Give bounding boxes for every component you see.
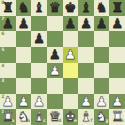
square-f4[interactable] (78, 63, 94, 79)
white-pawn-b2[interactable]: ♟ (17, 94, 29, 110)
white-bishop-f1[interactable]: ♝ (80, 109, 92, 125)
square-b6[interactable] (16, 31, 32, 47)
square-h7[interactable]: ♟ (109, 16, 125, 32)
square-d4[interactable]: ♟ (47, 63, 63, 79)
black-queen-d8[interactable]: ♛ (49, 0, 61, 16)
square-f7[interactable]: ♟ (78, 16, 94, 32)
square-a6[interactable]: 6 (0, 31, 16, 47)
white-pawn-d4[interactable]: ♟ (49, 63, 61, 79)
square-f5[interactable] (78, 47, 94, 63)
square-g8[interactable]: ♞ (94, 0, 110, 16)
white-pawn-g2[interactable]: ♟ (96, 94, 108, 110)
square-e6[interactable] (63, 31, 79, 47)
square-a2[interactable]: 2♟ (0, 94, 16, 110)
square-d7[interactable] (47, 16, 63, 32)
black-pawn-c6[interactable]: ♟ (33, 31, 45, 47)
square-b3[interactable] (16, 78, 32, 94)
black-pawn-h7[interactable]: ♟ (111, 16, 123, 32)
white-pawn-f2[interactable]: ♟ (80, 94, 92, 110)
white-knight-b1[interactable]: ♞ (17, 109, 29, 125)
square-b8[interactable]: ♞ (16, 0, 32, 16)
square-d2[interactable] (47, 94, 63, 110)
white-bishop-c1[interactable]: ♝ (33, 109, 45, 125)
square-c3[interactable] (31, 78, 47, 94)
white-king-e1[interactable]: ♚ (64, 109, 76, 125)
white-pawn-e5[interactable]: ♟ (64, 47, 76, 63)
black-knight-b8[interactable]: ♞ (17, 0, 29, 16)
black-pawn-d5[interactable]: ♟ (49, 47, 61, 63)
square-f8[interactable]: ♝ (78, 0, 94, 16)
black-pawn-b7[interactable]: ♟ (17, 16, 29, 32)
black-rook-h8[interactable]: ♜ (111, 0, 123, 16)
square-e7[interactable]: ♟ (63, 16, 79, 32)
square-a1[interactable]: 1a♜ (0, 109, 16, 125)
white-rook-h1[interactable]: ♜ (111, 109, 123, 125)
square-c5[interactable] (31, 47, 47, 63)
square-c2[interactable]: ♟ (31, 94, 47, 110)
square-f1[interactable]: f♝ (78, 109, 94, 125)
coordinate-rank-5: 5 (1, 48, 4, 53)
square-h3[interactable] (109, 78, 125, 94)
square-b5[interactable] (16, 47, 32, 63)
square-e5[interactable]: ♟ (63, 47, 79, 63)
square-e3[interactable] (63, 78, 79, 94)
chess-board: 8♜♞♝♛♚♝♞♜7♟♟♟♟♟♟6♟5♟♟4♟32♟♟♟♟♟♟1a♜b♞c♝d♛… (0, 0, 125, 125)
square-b7[interactable]: ♟ (16, 16, 32, 32)
coordinate-rank-6: 6 (1, 32, 4, 37)
square-e4[interactable] (63, 63, 79, 79)
black-knight-g8[interactable]: ♞ (96, 0, 108, 16)
coordinate-rank-4: 4 (1, 64, 4, 69)
square-e1[interactable]: e♚ (63, 109, 79, 125)
white-queen-d1[interactable]: ♛ (49, 109, 61, 125)
square-a7[interactable]: 7♟ (0, 16, 16, 32)
square-g5[interactable] (94, 47, 110, 63)
square-a4[interactable]: 4 (0, 63, 16, 79)
white-pawn-a2[interactable]: ♟ (2, 94, 14, 110)
square-c7[interactable] (31, 16, 47, 32)
square-d5[interactable]: ♟ (47, 47, 63, 63)
square-h6[interactable] (109, 31, 125, 47)
square-c6[interactable]: ♟ (31, 31, 47, 47)
square-f6[interactable] (78, 31, 94, 47)
square-b4[interactable] (16, 63, 32, 79)
square-d1[interactable]: d♛ (47, 109, 63, 125)
square-g6[interactable] (94, 31, 110, 47)
black-king-e8[interactable]: ♚ (64, 0, 76, 16)
square-a8[interactable]: 8♜ (0, 0, 16, 16)
black-pawn-g7[interactable]: ♟ (96, 16, 108, 32)
square-a5[interactable]: 5 (0, 47, 16, 63)
square-a3[interactable]: 3 (0, 78, 16, 94)
square-d8[interactable]: ♛ (47, 0, 63, 16)
black-rook-a8[interactable]: ♜ (2, 0, 14, 16)
square-g1[interactable]: g♞ (94, 109, 110, 125)
white-pawn-c2[interactable]: ♟ (33, 94, 45, 110)
black-pawn-f7[interactable]: ♟ (80, 16, 92, 32)
square-g4[interactable] (94, 63, 110, 79)
coordinate-rank-3: 3 (1, 79, 4, 84)
square-f3[interactable] (78, 78, 94, 94)
black-bishop-f8[interactable]: ♝ (80, 0, 92, 16)
square-h2[interactable]: ♟ (109, 94, 125, 110)
square-c8[interactable]: ♝ (31, 0, 47, 16)
white-knight-g1[interactable]: ♞ (96, 109, 108, 125)
black-bishop-c8[interactable]: ♝ (33, 0, 45, 16)
square-b2[interactable]: ♟ (16, 94, 32, 110)
square-h4[interactable] (109, 63, 125, 79)
square-b1[interactable]: b♞ (16, 109, 32, 125)
white-rook-a1[interactable]: ♜ (2, 109, 14, 125)
white-pawn-h2[interactable]: ♟ (111, 94, 123, 110)
square-g3[interactable] (94, 78, 110, 94)
square-g2[interactable]: ♟ (94, 94, 110, 110)
square-h1[interactable]: h♜ (109, 109, 125, 125)
square-e2[interactable] (63, 94, 79, 110)
square-d3[interactable] (47, 78, 63, 94)
square-h5[interactable] (109, 47, 125, 63)
black-pawn-a7[interactable]: ♟ (2, 16, 14, 32)
square-e8[interactable]: ♚ (63, 0, 79, 16)
square-h8[interactable]: ♜ (109, 0, 125, 16)
square-f2[interactable]: ♟ (78, 94, 94, 110)
square-g7[interactable]: ♟ (94, 16, 110, 32)
square-d6[interactable] (47, 31, 63, 47)
black-pawn-e7[interactable]: ♟ (64, 16, 76, 32)
square-c4[interactable] (31, 63, 47, 79)
square-c1[interactable]: c♝ (31, 109, 47, 125)
